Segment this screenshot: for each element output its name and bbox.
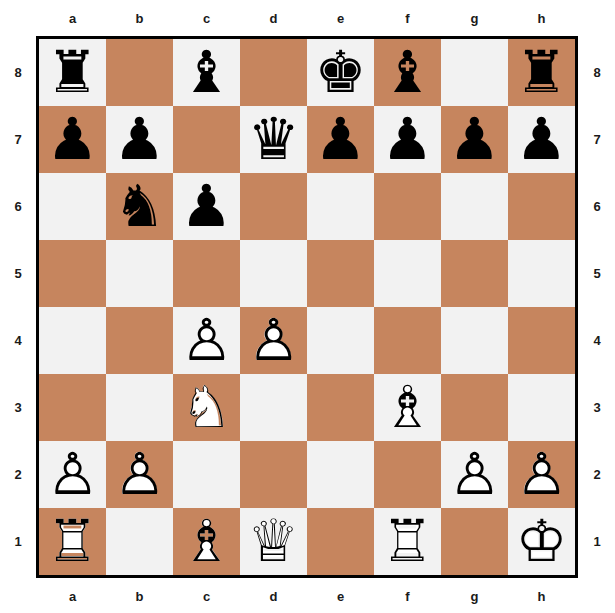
file-label-top-a: a <box>39 0 106 36</box>
square-f1[interactable]: ♜♖ <box>374 508 441 575</box>
square-e1[interactable] <box>307 508 374 575</box>
rank-label-right-5: 5 <box>579 240 615 307</box>
file-label-bottom-g: g <box>441 579 508 613</box>
square-d4[interactable]: ♟♙ <box>240 307 307 374</box>
piece-black-pawn-icon: ♟ <box>508 106 575 173</box>
rank-label-left-3: 3 <box>0 374 36 441</box>
square-e8[interactable]: ♚ <box>307 39 374 106</box>
rank-label-left-8: 8 <box>0 39 36 106</box>
square-c5[interactable] <box>173 240 240 307</box>
square-g4[interactable] <box>441 307 508 374</box>
square-b8[interactable] <box>106 39 173 106</box>
file-label-bottom-f: f <box>374 579 441 613</box>
square-c1[interactable]: ♝♗ <box>173 508 240 575</box>
square-e4[interactable] <box>307 307 374 374</box>
square-c7[interactable] <box>173 106 240 173</box>
piece-white-bishop-icon: ♝♗ <box>173 508 240 575</box>
square-a8[interactable]: ♜ <box>39 39 106 106</box>
file-label-bottom-e: e <box>307 579 374 613</box>
square-f6[interactable] <box>374 173 441 240</box>
square-b4[interactable] <box>106 307 173 374</box>
square-a1[interactable]: ♜♖ <box>39 508 106 575</box>
rank-label-right-8: 8 <box>579 39 615 106</box>
chess-diagram: abcdefgh abcdefgh 87654321 87654321 ♜♝♚♝… <box>0 0 615 613</box>
square-c8[interactable]: ♝ <box>173 39 240 106</box>
chess-board: ♜♝♚♝♜♟♟♛♟♟♟♟♞♟♟♙♟♙♞♘♝♗♟♙♟♙♟♙♟♙♜♖♝♗♛♕♜♖♚♔ <box>36 36 578 578</box>
square-g2[interactable]: ♟♙ <box>441 441 508 508</box>
rank-label-right-7: 7 <box>579 106 615 173</box>
square-g1[interactable] <box>441 508 508 575</box>
piece-black-pawn-icon: ♟ <box>307 106 374 173</box>
rank-label-left-2: 2 <box>0 441 36 508</box>
file-label-bottom-d: d <box>240 579 307 613</box>
rank-label-right-1: 1 <box>579 508 615 575</box>
piece-white-king-icon: ♚♔ <box>508 508 575 575</box>
square-c2[interactable] <box>173 441 240 508</box>
piece-white-bishop-icon: ♝♗ <box>374 374 441 441</box>
file-label-bottom-a: a <box>39 579 106 613</box>
piece-black-pawn-icon: ♟ <box>173 173 240 240</box>
square-e6[interactable] <box>307 173 374 240</box>
square-h2[interactable]: ♟♙ <box>508 441 575 508</box>
file-label-top-g: g <box>441 0 508 36</box>
piece-white-rook-icon: ♜♖ <box>39 508 106 575</box>
piece-black-knight-icon: ♞ <box>106 173 173 240</box>
piece-white-pawn-icon: ♟♙ <box>173 307 240 374</box>
file-label-top-c: c <box>173 0 240 36</box>
square-f5[interactable] <box>374 240 441 307</box>
file-label-top-e: e <box>307 0 374 36</box>
square-e2[interactable] <box>307 441 374 508</box>
square-g7[interactable]: ♟ <box>441 106 508 173</box>
file-label-bottom-b: b <box>106 579 173 613</box>
square-g8[interactable] <box>441 39 508 106</box>
piece-white-pawn-icon: ♟♙ <box>240 307 307 374</box>
piece-white-pawn-icon: ♟♙ <box>508 441 575 508</box>
piece-black-pawn-icon: ♟ <box>39 106 106 173</box>
piece-white-knight-icon: ♞♘ <box>173 374 240 441</box>
piece-white-pawn-icon: ♟♙ <box>39 441 106 508</box>
square-b6[interactable]: ♞ <box>106 173 173 240</box>
square-h6[interactable] <box>508 173 575 240</box>
rank-label-right-3: 3 <box>579 374 615 441</box>
square-b2[interactable]: ♟♙ <box>106 441 173 508</box>
file-label-bottom-h: h <box>508 579 575 613</box>
square-h8[interactable]: ♜ <box>508 39 575 106</box>
square-h5[interactable] <box>508 240 575 307</box>
rank-labels-left: 87654321 <box>0 39 36 575</box>
file-label-top-h: h <box>508 0 575 36</box>
file-label-top-f: f <box>374 0 441 36</box>
square-g3[interactable] <box>441 374 508 441</box>
square-a5[interactable] <box>39 240 106 307</box>
piece-white-queen-icon: ♛♕ <box>240 508 307 575</box>
square-d1[interactable]: ♛♕ <box>240 508 307 575</box>
square-e5[interactable] <box>307 240 374 307</box>
square-a6[interactable] <box>39 173 106 240</box>
rank-label-left-5: 5 <box>0 240 36 307</box>
piece-black-bishop-icon: ♝ <box>374 39 441 106</box>
square-d6[interactable] <box>240 173 307 240</box>
piece-white-rook-icon: ♜♖ <box>374 508 441 575</box>
square-f4[interactable] <box>374 307 441 374</box>
piece-black-king-icon: ♚ <box>307 39 374 106</box>
rank-labels-right: 87654321 <box>579 39 615 575</box>
square-e3[interactable] <box>307 374 374 441</box>
square-c4[interactable]: ♟♙ <box>173 307 240 374</box>
file-labels-bottom: abcdefgh <box>39 579 575 613</box>
rank-label-left-7: 7 <box>0 106 36 173</box>
rank-label-left-4: 4 <box>0 307 36 374</box>
rank-label-right-4: 4 <box>579 307 615 374</box>
square-f8[interactable]: ♝ <box>374 39 441 106</box>
square-e7[interactable]: ♟ <box>307 106 374 173</box>
piece-black-pawn-icon: ♟ <box>441 106 508 173</box>
file-label-top-d: d <box>240 0 307 36</box>
square-a4[interactable] <box>39 307 106 374</box>
square-d2[interactable] <box>240 441 307 508</box>
piece-black-pawn-icon: ♟ <box>106 106 173 173</box>
square-d7[interactable]: ♛ <box>240 106 307 173</box>
square-h3[interactable] <box>508 374 575 441</box>
square-h7[interactable]: ♟ <box>508 106 575 173</box>
square-c6[interactable]: ♟ <box>173 173 240 240</box>
square-h1[interactable]: ♚♔ <box>508 508 575 575</box>
piece-black-bishop-icon: ♝ <box>173 39 240 106</box>
square-f7[interactable]: ♟ <box>374 106 441 173</box>
square-f2[interactable] <box>374 441 441 508</box>
piece-black-rook-icon: ♜ <box>508 39 575 106</box>
square-d5[interactable] <box>240 240 307 307</box>
square-h4[interactable] <box>508 307 575 374</box>
square-a3[interactable] <box>39 374 106 441</box>
square-b1[interactable] <box>106 508 173 575</box>
piece-black-rook-icon: ♜ <box>39 39 106 106</box>
file-label-bottom-c: c <box>173 579 240 613</box>
square-c3[interactable]: ♞♘ <box>173 374 240 441</box>
piece-black-pawn-icon: ♟ <box>374 106 441 173</box>
square-d3[interactable] <box>240 374 307 441</box>
square-b7[interactable]: ♟ <box>106 106 173 173</box>
file-label-top-b: b <box>106 0 173 36</box>
square-b3[interactable] <box>106 374 173 441</box>
rank-label-right-6: 6 <box>579 173 615 240</box>
piece-white-pawn-icon: ♟♙ <box>106 441 173 508</box>
square-a2[interactable]: ♟♙ <box>39 441 106 508</box>
square-d8[interactable] <box>240 39 307 106</box>
square-g5[interactable] <box>441 240 508 307</box>
square-g6[interactable] <box>441 173 508 240</box>
rank-label-left-6: 6 <box>0 173 36 240</box>
rank-label-right-2: 2 <box>579 441 615 508</box>
piece-black-queen-icon: ♛ <box>240 106 307 173</box>
piece-white-pawn-icon: ♟♙ <box>441 441 508 508</box>
square-a7[interactable]: ♟ <box>39 106 106 173</box>
square-f3[interactable]: ♝♗ <box>374 374 441 441</box>
file-labels-top: abcdefgh <box>39 0 575 36</box>
rank-label-left-1: 1 <box>0 508 36 575</box>
square-b5[interactable] <box>106 240 173 307</box>
